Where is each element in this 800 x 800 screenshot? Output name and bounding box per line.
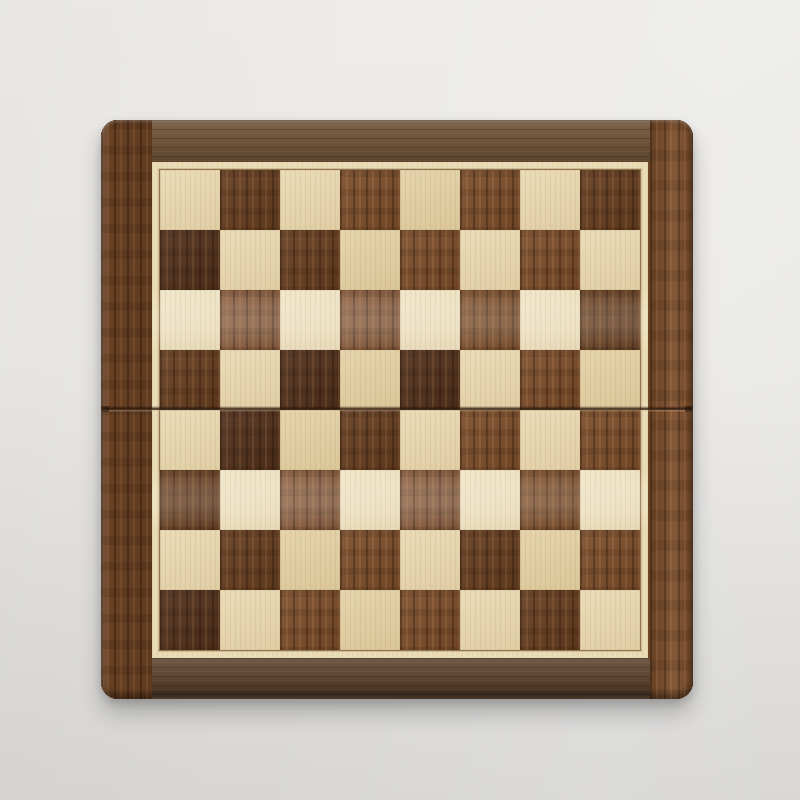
square-c3[interactable] — [280, 470, 340, 530]
square-c8[interactable] — [280, 170, 340, 230]
square-a1[interactable] — [160, 590, 220, 650]
square-b8[interactable] — [220, 170, 280, 230]
square-b6[interactable] — [220, 290, 280, 350]
square-c2[interactable] — [280, 530, 340, 590]
board-frame-top — [101, 120, 693, 162]
square-f1[interactable] — [460, 590, 520, 650]
square-f6[interactable] — [460, 290, 520, 350]
board-frame-left — [101, 120, 152, 699]
square-g2[interactable] — [520, 530, 580, 590]
square-d7[interactable] — [340, 230, 400, 290]
square-e8[interactable] — [400, 170, 460, 230]
square-h4[interactable] — [580, 410, 640, 470]
square-g3[interactable] — [520, 470, 580, 530]
square-h3[interactable] — [580, 470, 640, 530]
square-f2[interactable] — [460, 530, 520, 590]
square-e6[interactable] — [400, 290, 460, 350]
square-b7[interactable] — [220, 230, 280, 290]
board-frame-right — [650, 120, 693, 699]
square-e4[interactable] — [400, 410, 460, 470]
square-c6[interactable] — [280, 290, 340, 350]
square-f8[interactable] — [460, 170, 520, 230]
square-a4[interactable] — [160, 410, 220, 470]
square-a5[interactable] — [160, 350, 220, 410]
square-c4[interactable] — [280, 410, 340, 470]
square-g1[interactable] — [520, 590, 580, 650]
square-f3[interactable] — [460, 470, 520, 530]
square-a7[interactable] — [160, 230, 220, 290]
square-f4[interactable] — [460, 410, 520, 470]
square-h6[interactable] — [580, 290, 640, 350]
square-g6[interactable] — [520, 290, 580, 350]
square-h7[interactable] — [580, 230, 640, 290]
square-h2[interactable] — [580, 530, 640, 590]
square-c1[interactable] — [280, 590, 340, 650]
square-a2[interactable] — [160, 530, 220, 590]
square-h8[interactable] — [580, 170, 640, 230]
square-e1[interactable] — [400, 590, 460, 650]
square-a8[interactable] — [160, 170, 220, 230]
square-d5[interactable] — [340, 350, 400, 410]
square-b1[interactable] — [220, 590, 280, 650]
square-d2[interactable] — [340, 530, 400, 590]
square-f7[interactable] — [460, 230, 520, 290]
square-e7[interactable] — [400, 230, 460, 290]
square-d6[interactable] — [340, 290, 400, 350]
square-h1[interactable] — [580, 590, 640, 650]
square-h5[interactable] — [580, 350, 640, 410]
square-g5[interactable] — [520, 350, 580, 410]
board-playing-area — [152, 162, 648, 658]
square-b4[interactable] — [220, 410, 280, 470]
board-frame-bottom — [101, 658, 693, 699]
square-b3[interactable] — [220, 470, 280, 530]
square-b2[interactable] — [220, 530, 280, 590]
board-grid — [160, 170, 640, 650]
square-d8[interactable] — [340, 170, 400, 230]
photo-background — [0, 0, 800, 800]
square-g8[interactable] — [520, 170, 580, 230]
square-c5[interactable] — [280, 350, 340, 410]
square-e3[interactable] — [400, 470, 460, 530]
square-d4[interactable] — [340, 410, 400, 470]
square-g7[interactable] — [520, 230, 580, 290]
square-a6[interactable] — [160, 290, 220, 350]
square-d3[interactable] — [340, 470, 400, 530]
chessboard — [101, 120, 693, 699]
square-e2[interactable] — [400, 530, 460, 590]
square-b5[interactable] — [220, 350, 280, 410]
square-g4[interactable] — [520, 410, 580, 470]
square-e5[interactable] — [400, 350, 460, 410]
square-a3[interactable] — [160, 470, 220, 530]
square-c7[interactable] — [280, 230, 340, 290]
square-f5[interactable] — [460, 350, 520, 410]
square-d1[interactable] — [340, 590, 400, 650]
